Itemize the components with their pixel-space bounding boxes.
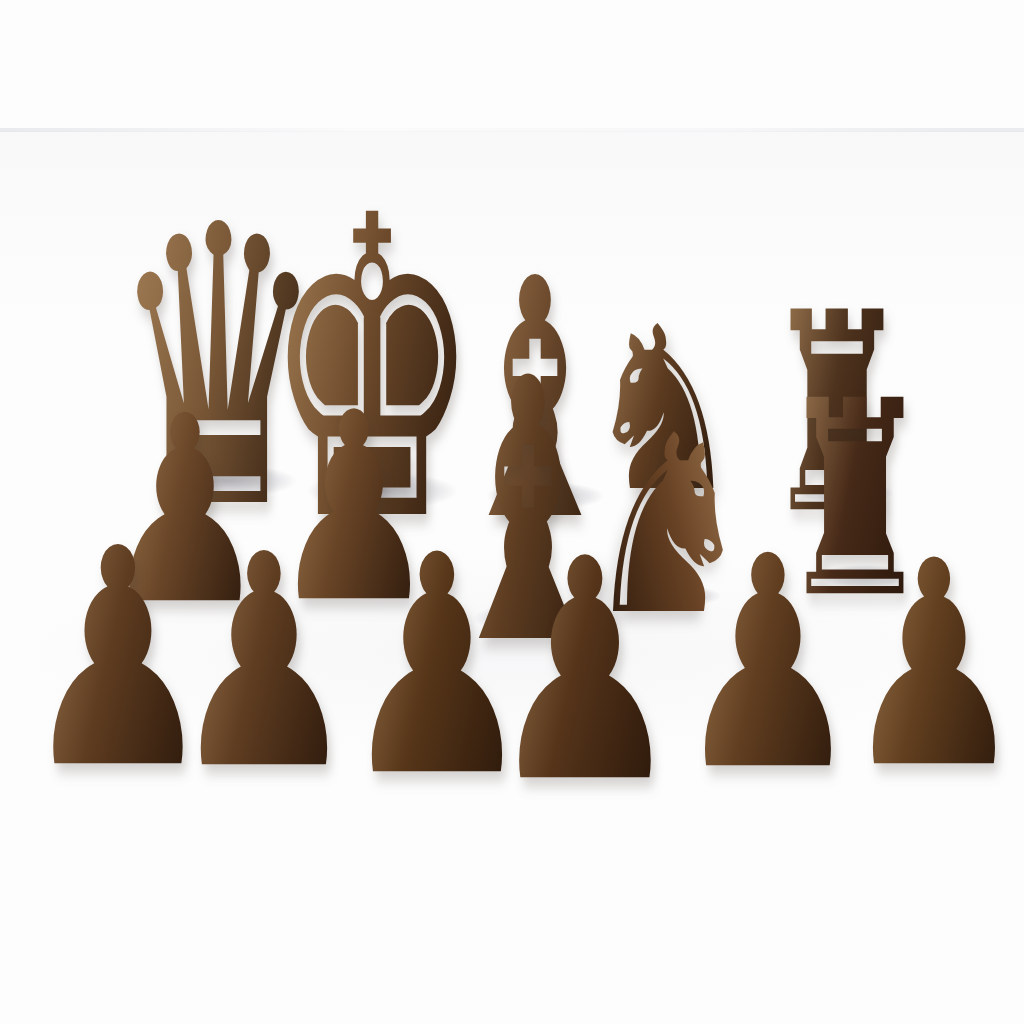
pawn-front-4: ♟	[487, 519, 684, 824]
pawn-front-6: ♟	[843, 524, 1024, 807]
pawn-front-5: ♟	[674, 518, 862, 810]
pawn-front-2: ♟	[169, 516, 358, 809]
chess-pieces-photo: ♛♚♝♞♜♟♟♝♞♜♟♟♟♟♟♟	[0, 0, 1024, 1024]
